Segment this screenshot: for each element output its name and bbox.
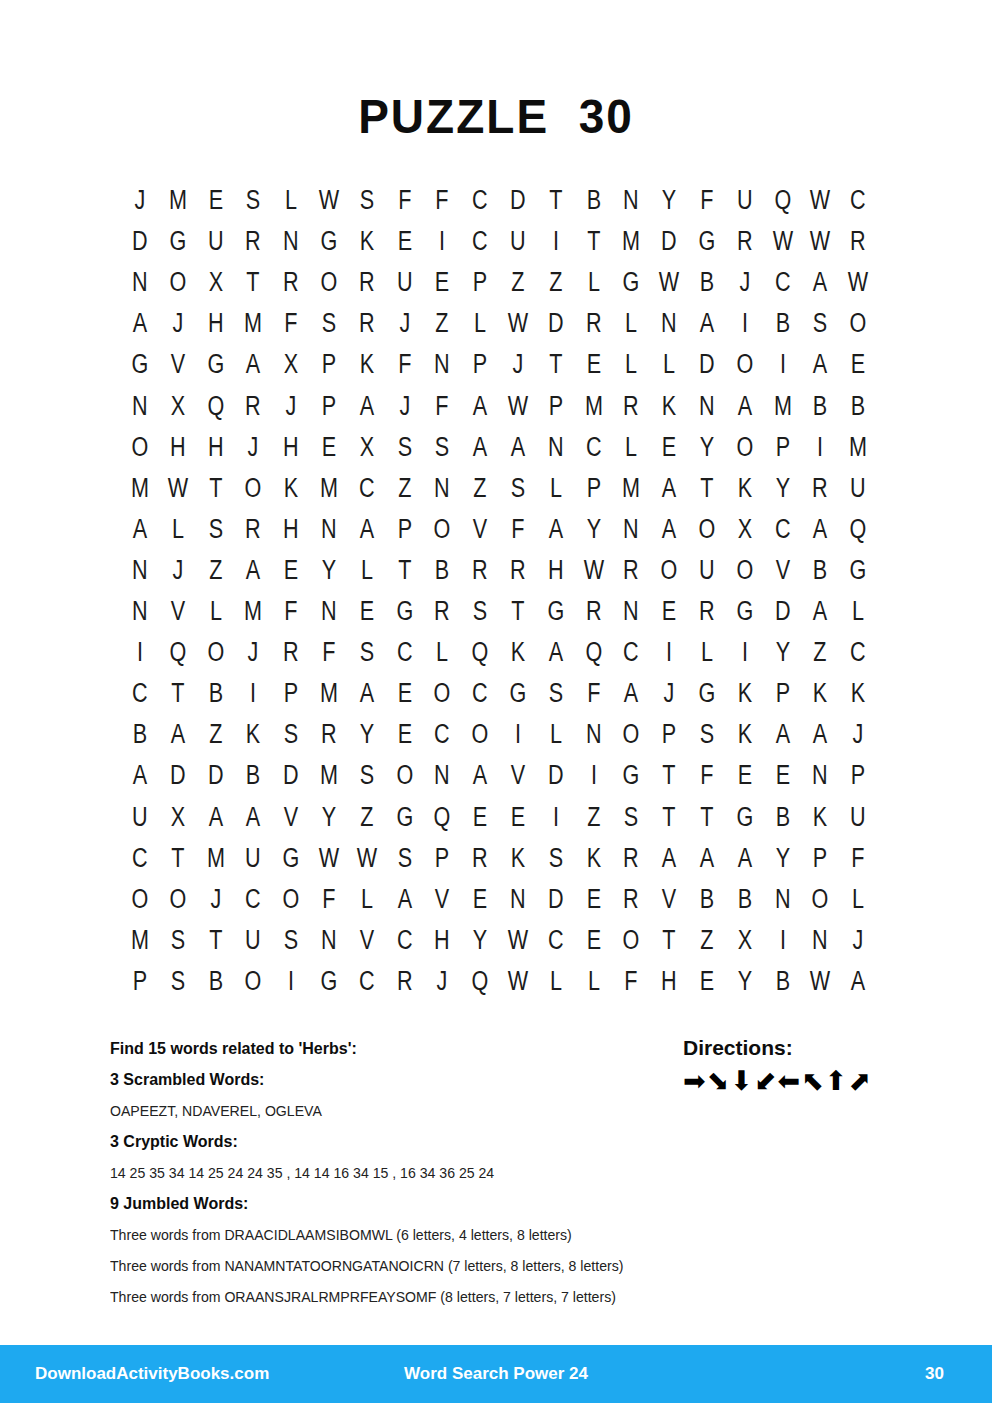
grid-cell: H: [427, 920, 457, 961]
grid-cell: O: [843, 303, 873, 344]
grid-cell: A: [805, 509, 835, 550]
grid-cell: X: [163, 796, 193, 837]
grid-cell: B: [805, 385, 835, 426]
grid-cell: H: [276, 427, 306, 468]
grid-cell: N: [125, 262, 155, 303]
grid-cell: C: [843, 180, 873, 221]
grid-cell: R: [238, 509, 268, 550]
grid-cell: D: [767, 591, 797, 632]
grid-cell: K: [503, 632, 533, 673]
grid-cell: E: [767, 755, 797, 796]
grid-cell: I: [427, 221, 457, 262]
grid-cell: R: [238, 221, 268, 262]
grid-cell: W: [843, 262, 873, 303]
grid-cell: Z: [200, 714, 230, 755]
grid-cell: O: [276, 879, 306, 920]
grid-cell: C: [427, 714, 457, 755]
grid-cell: E: [352, 591, 382, 632]
arrow-up-left-icon: ⬉: [801, 1064, 824, 1098]
scrambled-words-heading: 3 Scrambled Words:: [110, 1071, 690, 1090]
grid-cell: L: [654, 344, 684, 385]
grid-cell: O: [238, 468, 268, 509]
grid-cell: L: [541, 714, 571, 755]
grid-cell: A: [125, 755, 155, 796]
grid-cell: Z: [200, 550, 230, 591]
grid-cell: P: [805, 838, 835, 879]
grid-cell: M: [767, 385, 797, 426]
grid-cell: Q: [767, 180, 797, 221]
grid-cell: Z: [692, 920, 722, 961]
grid-cell: R: [616, 879, 646, 920]
grid-cell: M: [238, 303, 268, 344]
grid-cell: I: [238, 673, 268, 714]
grid-cell: W: [314, 180, 344, 221]
grid-cell: C: [125, 838, 155, 879]
grid-cell: E: [578, 344, 608, 385]
grid-cell: C: [389, 632, 419, 673]
grid-cell: A: [465, 755, 495, 796]
grid-cell: Y: [767, 632, 797, 673]
directions-heading: Directions:: [683, 1036, 871, 1060]
grid-cell: T: [238, 262, 268, 303]
grid-cell: Q: [843, 509, 873, 550]
grid-cell: S: [200, 509, 230, 550]
grid-cell: N: [125, 385, 155, 426]
grid-cell: C: [616, 632, 646, 673]
grid-cell: E: [389, 673, 419, 714]
grid-cell: P: [427, 838, 457, 879]
grid-cell: N: [125, 591, 155, 632]
grid-cell: C: [541, 920, 571, 961]
grid-cell: A: [238, 796, 268, 837]
grid-cell: S: [163, 920, 193, 961]
clue-list: Find 15 words related to 'Herbs': 3 Scra…: [110, 1040, 690, 1319]
grid-cell: O: [314, 262, 344, 303]
grid-cell: Z: [389, 468, 419, 509]
grid-cell: A: [352, 509, 382, 550]
grid-cell: W: [654, 262, 684, 303]
grid-cell: S: [238, 180, 268, 221]
grid-cell: N: [692, 385, 722, 426]
grid-cell: Z: [352, 796, 382, 837]
grid-cell: W: [578, 550, 608, 591]
grid-cell: L: [352, 879, 382, 920]
grid-cell: U: [238, 838, 268, 879]
grid-cell: C: [578, 427, 608, 468]
grid-cell: G: [276, 838, 306, 879]
grid-cell: U: [238, 920, 268, 961]
grid-cell: A: [541, 509, 571, 550]
scrambled-words-line: OAPEEZT, NDAVEREL, OGLEVA: [110, 1102, 655, 1121]
grid-cell: R: [616, 550, 646, 591]
arrow-up-icon: ⬆: [825, 1064, 848, 1098]
page-title: PUZZLE 30: [0, 87, 992, 144]
grid-cell: O: [730, 344, 760, 385]
grid-cell: S: [503, 468, 533, 509]
grid-cell: M: [314, 468, 344, 509]
grid-cell: P: [465, 262, 495, 303]
grid-cell: H: [276, 509, 306, 550]
grid-cell: A: [465, 427, 495, 468]
grid-cell: S: [465, 591, 495, 632]
grid-cell: F: [389, 344, 419, 385]
grid-cell: M: [125, 468, 155, 509]
grid-cell: G: [125, 344, 155, 385]
grid-cell: B: [767, 961, 797, 1002]
grid-cell: R: [578, 591, 608, 632]
grid-cell: M: [200, 838, 230, 879]
grid-cell: Y: [767, 838, 797, 879]
jumbled-words-heading: 9 Jumbled Words:: [110, 1195, 690, 1214]
grid-cell: F: [314, 879, 344, 920]
grid-cell: E: [200, 180, 230, 221]
grid-cell: A: [465, 385, 495, 426]
grid-cell: R: [352, 303, 382, 344]
grid-cell: G: [389, 591, 419, 632]
grid-cell: X: [200, 262, 230, 303]
grid-cell: K: [654, 385, 684, 426]
grid-cell: A: [805, 714, 835, 755]
grid-cell: V: [767, 550, 797, 591]
grid-cell: E: [730, 755, 760, 796]
grid-cell: Q: [465, 961, 495, 1002]
grid-cell: T: [389, 550, 419, 591]
grid-cell: A: [767, 714, 797, 755]
grid-cell: U: [389, 262, 419, 303]
grid-cell: R: [238, 385, 268, 426]
grid-cell: Y: [352, 714, 382, 755]
grid-cell: N: [314, 591, 344, 632]
grid-cell: R: [503, 550, 533, 591]
grid-cell: J: [843, 714, 873, 755]
grid-cell: E: [389, 714, 419, 755]
grid-cell: C: [465, 180, 495, 221]
grid-cell: S: [805, 303, 835, 344]
grid-cell: P: [767, 427, 797, 468]
grid-cell: G: [730, 591, 760, 632]
grid-cell: T: [200, 920, 230, 961]
grid-cell: O: [163, 879, 193, 920]
grid-cell: V: [654, 879, 684, 920]
grid-cell: S: [314, 303, 344, 344]
grid-cell: I: [654, 632, 684, 673]
grid-cell: E: [465, 796, 495, 837]
grid-cell: G: [616, 755, 646, 796]
cryptic-words-line: 14 25 35 34 14 25 24 24 35 , 14 14 16 34…: [110, 1164, 655, 1183]
grid-cell: I: [767, 920, 797, 961]
grid-cell: K: [503, 838, 533, 879]
grid-cell: F: [692, 755, 722, 796]
grid-cell: Y: [730, 961, 760, 1002]
grid-cell: A: [503, 427, 533, 468]
grid-cell: X: [163, 385, 193, 426]
grid-cell: Q: [427, 796, 457, 837]
grid-cell: N: [805, 755, 835, 796]
direction-arrows: ➡ ⬊ ⬇ ⬋ ⬅ ⬉ ⬆ ⬈: [683, 1064, 871, 1098]
grid-cell: G: [314, 221, 344, 262]
grid-cell: N: [314, 920, 344, 961]
grid-cell: Y: [465, 920, 495, 961]
grid-cell: O: [389, 755, 419, 796]
grid-cell: Z: [541, 262, 571, 303]
grid-cell: T: [503, 591, 533, 632]
grid-cell: O: [654, 550, 684, 591]
grid-cell: W: [503, 920, 533, 961]
grid-cell: L: [465, 303, 495, 344]
grid-cell: W: [314, 838, 344, 879]
grid-cell: Z: [578, 796, 608, 837]
grid-cell: A: [692, 838, 722, 879]
grid-cell: S: [616, 796, 646, 837]
grid-cell: V: [163, 591, 193, 632]
grid-cell: P: [314, 385, 344, 426]
find-words-instruction: Find 15 words related to 'Herbs':: [110, 1040, 690, 1059]
grid-cell: B: [200, 673, 230, 714]
grid-cell: D: [541, 303, 571, 344]
jumbled-words-line-1: Three words from DRAACIDLAAMSIBOMWL (6 l…: [110, 1226, 655, 1245]
grid-cell: C: [843, 632, 873, 673]
grid-cell: N: [503, 879, 533, 920]
grid-cell: N: [427, 344, 457, 385]
grid-cell: D: [654, 221, 684, 262]
grid-cell: L: [541, 468, 571, 509]
grid-cell: W: [805, 221, 835, 262]
grid-cell: H: [541, 550, 571, 591]
grid-cell: G: [616, 262, 646, 303]
grid-cell: C: [125, 673, 155, 714]
grid-cell: J: [238, 632, 268, 673]
grid-cell: W: [805, 961, 835, 1002]
grid-cell: I: [276, 961, 306, 1002]
grid-cell: E: [314, 427, 344, 468]
grid-cell: J: [200, 879, 230, 920]
grid-cell: A: [843, 961, 873, 1002]
grid-cell: N: [541, 427, 571, 468]
grid-cell: C: [352, 468, 382, 509]
grid-cell: S: [389, 838, 419, 879]
grid-cell: T: [200, 468, 230, 509]
grid-cell: N: [654, 303, 684, 344]
grid-cell: J: [238, 427, 268, 468]
grid-cell: U: [730, 180, 760, 221]
grid-cell: A: [352, 673, 382, 714]
grid-cell: X: [352, 427, 382, 468]
grid-cell: A: [654, 838, 684, 879]
grid-cell: M: [843, 427, 873, 468]
grid-cell: F: [276, 303, 306, 344]
grid-cell: I: [578, 755, 608, 796]
grid-cell: R: [276, 632, 306, 673]
grid-cell: T: [163, 673, 193, 714]
grid-cell: K: [805, 796, 835, 837]
grid-cell: W: [163, 468, 193, 509]
grid-cell: S: [352, 632, 382, 673]
grid-cell: V: [465, 509, 495, 550]
grid-cell: V: [276, 796, 306, 837]
grid-cell: R: [616, 385, 646, 426]
grid-cell: C: [352, 961, 382, 1002]
grid-cell: U: [843, 468, 873, 509]
grid-cell: I: [125, 632, 155, 673]
grid-cell: E: [578, 879, 608, 920]
grid-cell: E: [578, 920, 608, 961]
grid-cell: J: [163, 550, 193, 591]
grid-cell: O: [427, 673, 457, 714]
grid-cell: P: [314, 344, 344, 385]
grid-cell: E: [427, 262, 457, 303]
grid-cell: T: [578, 221, 608, 262]
grid-cell: T: [541, 180, 571, 221]
grid-cell: P: [125, 961, 155, 1002]
grid-cell: F: [314, 632, 344, 673]
grid-cell: D: [276, 755, 306, 796]
grid-cell: S: [692, 714, 722, 755]
grid-cell: E: [654, 591, 684, 632]
grid-cell: D: [541, 879, 571, 920]
grid-cell: K: [843, 673, 873, 714]
grid-cell: L: [616, 344, 646, 385]
grid-cell: I: [541, 796, 571, 837]
grid-cell: S: [427, 427, 457, 468]
grid-cell: I: [767, 344, 797, 385]
grid-cell: T: [654, 755, 684, 796]
grid-cell: F: [616, 961, 646, 1002]
grid-cell: G: [200, 344, 230, 385]
grid-cell: K: [730, 714, 760, 755]
grid-cell: T: [692, 796, 722, 837]
grid-cell: L: [352, 550, 382, 591]
grid-cell: N: [427, 468, 457, 509]
grid-cell: B: [692, 262, 722, 303]
footer-page-number: 30: [925, 1364, 944, 1384]
grid-cell: K: [805, 673, 835, 714]
grid-cell: Q: [465, 632, 495, 673]
footer-book-title: Word Search Power 24: [0, 1364, 992, 1384]
grid-cell: K: [730, 468, 760, 509]
grid-cell: U: [692, 550, 722, 591]
grid-cell: N: [276, 221, 306, 262]
grid-cell: I: [730, 632, 760, 673]
grid-cell: A: [654, 468, 684, 509]
grid-cell: T: [654, 796, 684, 837]
grid-cell: A: [692, 303, 722, 344]
grid-cell: O: [125, 427, 155, 468]
grid-cell: F: [578, 673, 608, 714]
grid-cell: C: [389, 920, 419, 961]
grid-cell: O: [616, 714, 646, 755]
grid-cell: D: [692, 344, 722, 385]
grid-cell: O: [805, 879, 835, 920]
cryptic-words-heading: 3 Cryptic Words:: [110, 1133, 690, 1152]
grid-cell: V: [503, 755, 533, 796]
grid-cell: V: [352, 920, 382, 961]
grid-cell: U: [503, 221, 533, 262]
grid-cell: I: [730, 303, 760, 344]
grid-cell: N: [767, 879, 797, 920]
grid-cell: A: [616, 673, 646, 714]
grid-cell: A: [730, 385, 760, 426]
grid-cell: L: [692, 632, 722, 673]
grid-cell: F: [276, 591, 306, 632]
grid-cell: G: [843, 550, 873, 591]
grid-cell: O: [163, 262, 193, 303]
grid-cell: W: [352, 838, 382, 879]
grid-cell: B: [200, 961, 230, 1002]
grid-cell: I: [503, 714, 533, 755]
grid-cell: O: [692, 509, 722, 550]
grid-cell: Y: [314, 796, 344, 837]
grid-cell: L: [163, 509, 193, 550]
grid-cell: C: [465, 221, 495, 262]
grid-cell: L: [200, 591, 230, 632]
grid-cell: A: [805, 262, 835, 303]
grid-cell: Y: [654, 180, 684, 221]
grid-cell: Q: [163, 632, 193, 673]
grid-cell: A: [238, 344, 268, 385]
grid-cell: T: [692, 468, 722, 509]
grid-cell: S: [276, 920, 306, 961]
grid-cell: R: [352, 262, 382, 303]
grid-cell: F: [503, 509, 533, 550]
grid-cell: P: [541, 385, 571, 426]
grid-cell: I: [541, 221, 571, 262]
grid-cell: R: [692, 591, 722, 632]
grid-cell: G: [692, 673, 722, 714]
grid-cell: R: [276, 262, 306, 303]
grid-cell: J: [389, 303, 419, 344]
grid-cell: B: [730, 879, 760, 920]
grid-cell: S: [389, 427, 419, 468]
grid-cell: M: [314, 755, 344, 796]
grid-cell: J: [427, 961, 457, 1002]
grid-cell: O: [427, 509, 457, 550]
grid-cell: U: [200, 221, 230, 262]
grid-cell: S: [163, 961, 193, 1002]
grid-cell: K: [578, 838, 608, 879]
grid-cell: H: [200, 303, 230, 344]
grid-cell: D: [125, 221, 155, 262]
grid-cell: H: [654, 961, 684, 1002]
grid-cell: A: [125, 303, 155, 344]
grid-cell: Q: [200, 385, 230, 426]
grid-cell: J: [843, 920, 873, 961]
grid-cell: E: [276, 550, 306, 591]
grid-cell: E: [389, 221, 419, 262]
grid-cell: N: [616, 509, 646, 550]
grid-cell: C: [465, 673, 495, 714]
arrow-right-icon: ➡: [683, 1064, 706, 1098]
grid-cell: L: [427, 632, 457, 673]
grid-cell: J: [125, 180, 155, 221]
directions-panel: Directions: ➡ ⬊ ⬇ ⬋ ⬅ ⬉ ⬆ ⬈: [683, 1036, 871, 1098]
grid-cell: F: [843, 838, 873, 879]
grid-cell: Y: [578, 509, 608, 550]
grid-cell: R: [314, 714, 344, 755]
grid-cell: U: [125, 796, 155, 837]
grid-cell: R: [730, 221, 760, 262]
grid-cell: P: [767, 673, 797, 714]
grid-cell: X: [730, 509, 760, 550]
grid-cell: L: [616, 303, 646, 344]
grid-cell: D: [503, 180, 533, 221]
grid-cell: M: [616, 221, 646, 262]
grid-cell: R: [843, 221, 873, 262]
grid-cell: D: [163, 755, 193, 796]
grid-cell: H: [200, 427, 230, 468]
grid-cell: K: [352, 221, 382, 262]
grid-cell: Z: [805, 632, 835, 673]
grid-cell: A: [805, 591, 835, 632]
